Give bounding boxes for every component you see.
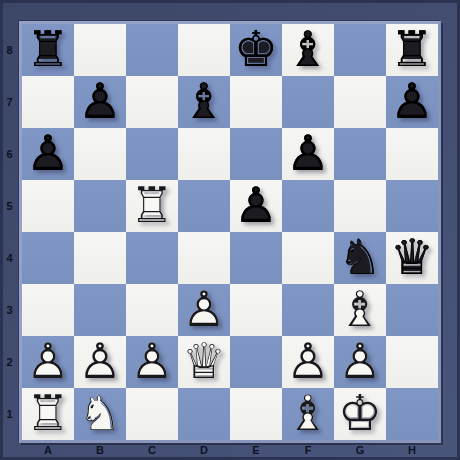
square-g1[interactable]: ♚♔ (334, 388, 386, 440)
square-d3[interactable]: ♟♙ (178, 284, 230, 336)
square-e8[interactable]: ♚♔ (230, 24, 282, 76)
white-pawn-glyph-outline: ♙ (282, 336, 334, 388)
chess-board: ♜♖♚♔♝♗♜♖♟♙♝♗♟♙♟♙♟♙♜♖♟♙♞♘♛♕♟♙♝♗♟♙♟♙♟♙♛♕♟♙… (19, 21, 441, 443)
black-bishop-glyph-outline: ♗ (282, 24, 334, 76)
white-bishop[interactable]: ♝♗ (334, 284, 386, 336)
square-f6[interactable]: ♟♙ (282, 128, 334, 180)
square-c1[interactable] (126, 388, 178, 440)
white-bishop[interactable]: ♝♗ (282, 388, 334, 440)
square-a3[interactable] (22, 284, 74, 336)
white-rook-glyph-outline: ♖ (126, 180, 178, 232)
square-c3[interactable] (126, 284, 178, 336)
square-g5[interactable] (334, 180, 386, 232)
rank-label-2: 2 (0, 336, 19, 388)
file-label-e: E (230, 441, 282, 458)
square-f7[interactable] (282, 76, 334, 128)
black-pawn[interactable]: ♟♙ (22, 128, 74, 180)
rank-label-5: 5 (0, 180, 19, 232)
square-c8[interactable] (126, 24, 178, 76)
square-b5[interactable] (74, 180, 126, 232)
square-d6[interactable] (178, 128, 230, 180)
square-a6[interactable]: ♟♙ (22, 128, 74, 180)
white-rook-glyph-outline: ♖ (22, 388, 74, 440)
square-h3[interactable] (386, 284, 438, 336)
black-pawn-glyph-outline: ♙ (282, 128, 334, 180)
white-pawn-glyph-outline: ♙ (22, 336, 74, 388)
white-pawn-glyph-outline: ♙ (74, 336, 126, 388)
square-h2[interactable] (386, 336, 438, 388)
white-king-glyph-outline: ♔ (334, 388, 386, 440)
black-rook[interactable]: ♜♖ (22, 24, 74, 76)
square-f3[interactable] (282, 284, 334, 336)
square-b8[interactable] (74, 24, 126, 76)
black-pawn[interactable]: ♟♙ (386, 76, 438, 128)
square-g3[interactable]: ♝♗ (334, 284, 386, 336)
square-e5[interactable]: ♟♙ (230, 180, 282, 232)
square-a1[interactable]: ♜♖ (22, 388, 74, 440)
square-a4[interactable] (22, 232, 74, 284)
black-king-glyph-outline: ♔ (230, 24, 282, 76)
square-a2[interactable]: ♟♙ (22, 336, 74, 388)
square-f2[interactable]: ♟♙ (282, 336, 334, 388)
square-f1[interactable]: ♝♗ (282, 388, 334, 440)
square-h7[interactable]: ♟♙ (386, 76, 438, 128)
white-pawn[interactable]: ♟♙ (126, 336, 178, 388)
square-b2[interactable]: ♟♙ (74, 336, 126, 388)
file-label-h: H (386, 441, 438, 458)
black-queen-glyph-outline: ♕ (386, 232, 438, 284)
black-knight[interactable]: ♞♘ (334, 232, 386, 284)
white-rook[interactable]: ♜♖ (22, 388, 74, 440)
black-queen[interactable]: ♛♕ (386, 232, 438, 284)
square-a5[interactable] (22, 180, 74, 232)
white-bishop-glyph-outline: ♗ (334, 284, 386, 336)
black-pawn-glyph-outline: ♙ (22, 128, 74, 180)
square-b4[interactable] (74, 232, 126, 284)
square-h1[interactable] (386, 388, 438, 440)
square-d4[interactable] (178, 232, 230, 284)
square-h8[interactable]: ♜♖ (386, 24, 438, 76)
white-pawn[interactable]: ♟♙ (74, 336, 126, 388)
white-bishop-glyph-outline: ♗ (282, 388, 334, 440)
square-b1[interactable]: ♞♘ (74, 388, 126, 440)
black-bishop-glyph-outline: ♗ (178, 76, 230, 128)
square-e7[interactable] (230, 76, 282, 128)
square-f5[interactable] (282, 180, 334, 232)
rank-label-3: 3 (0, 284, 19, 336)
black-pawn-glyph-outline: ♙ (74, 76, 126, 128)
square-b7[interactable]: ♟♙ (74, 76, 126, 128)
black-bishop[interactable]: ♝♗ (178, 76, 230, 128)
black-rook-glyph-outline: ♖ (22, 24, 74, 76)
white-pawn[interactable]: ♟♙ (282, 336, 334, 388)
rank-label-7: 7 (0, 76, 19, 128)
file-label-c: C (126, 441, 178, 458)
black-king[interactable]: ♚♔ (230, 24, 282, 76)
black-bishop[interactable]: ♝♗ (282, 24, 334, 76)
white-queen[interactable]: ♛♕ (178, 336, 230, 388)
black-pawn-glyph-outline: ♙ (230, 180, 282, 232)
black-pawn[interactable]: ♟♙ (74, 76, 126, 128)
square-d2[interactable]: ♛♕ (178, 336, 230, 388)
file-label-b: B (74, 441, 126, 458)
square-g7[interactable] (334, 76, 386, 128)
black-pawn[interactable]: ♟♙ (230, 180, 282, 232)
square-e4[interactable] (230, 232, 282, 284)
white-rook[interactable]: ♜♖ (126, 180, 178, 232)
file-label-g: G (334, 441, 386, 458)
square-f4[interactable] (282, 232, 334, 284)
rank-label-4: 4 (0, 232, 19, 284)
black-rook-glyph-outline: ♖ (386, 24, 438, 76)
square-c4[interactable] (126, 232, 178, 284)
white-pawn-glyph-outline: ♙ (334, 336, 386, 388)
white-pawn[interactable]: ♟♙ (178, 284, 230, 336)
white-knight[interactable]: ♞♘ (74, 388, 126, 440)
square-g6[interactable] (334, 128, 386, 180)
square-c2[interactable]: ♟♙ (126, 336, 178, 388)
square-e3[interactable] (230, 284, 282, 336)
square-c5[interactable]: ♜♖ (126, 180, 178, 232)
black-pawn-glyph-outline: ♙ (386, 76, 438, 128)
white-pawn[interactable]: ♟♙ (22, 336, 74, 388)
white-pawn[interactable]: ♟♙ (334, 336, 386, 388)
square-g4[interactable]: ♞♘ (334, 232, 386, 284)
square-g8[interactable] (334, 24, 386, 76)
square-c6[interactable] (126, 128, 178, 180)
black-rook[interactable]: ♜♖ (386, 24, 438, 76)
chess-diagram-frame: ♜♖♚♔♝♗♜♖♟♙♝♗♟♙♟♙♟♙♜♖♟♙♞♘♛♕♟♙♝♗♟♙♟♙♟♙♛♕♟♙… (0, 0, 460, 460)
black-pawn[interactable]: ♟♙ (282, 128, 334, 180)
white-queen-glyph-outline: ♕ (178, 336, 230, 388)
square-f8[interactable]: ♝♗ (282, 24, 334, 76)
square-h5[interactable] (386, 180, 438, 232)
square-e6[interactable] (230, 128, 282, 180)
black-knight-glyph-outline: ♘ (334, 232, 386, 284)
white-pawn-glyph-outline: ♙ (178, 284, 230, 336)
file-label-a: A (22, 441, 74, 458)
square-d8[interactable] (178, 24, 230, 76)
square-d1[interactable] (178, 388, 230, 440)
white-knight-glyph-outline: ♘ (74, 388, 126, 440)
square-h6[interactable] (386, 128, 438, 180)
square-d7[interactable]: ♝♗ (178, 76, 230, 128)
square-e2[interactable] (230, 336, 282, 388)
rank-label-6: 6 (0, 128, 19, 180)
rank-label-8: 8 (0, 24, 19, 76)
white-pawn-glyph-outline: ♙ (126, 336, 178, 388)
square-c7[interactable] (126, 76, 178, 128)
file-label-f: F (282, 441, 334, 458)
file-label-d: D (178, 441, 230, 458)
square-a7[interactable] (22, 76, 74, 128)
square-b6[interactable] (74, 128, 126, 180)
square-g2[interactable]: ♟♙ (334, 336, 386, 388)
rank-label-1: 1 (0, 388, 19, 440)
white-king[interactable]: ♚♔ (334, 388, 386, 440)
square-a8[interactable]: ♜♖ (22, 24, 74, 76)
square-h4[interactable]: ♛♕ (386, 232, 438, 284)
square-e1[interactable] (230, 388, 282, 440)
square-d5[interactable] (178, 180, 230, 232)
square-b3[interactable] (74, 284, 126, 336)
